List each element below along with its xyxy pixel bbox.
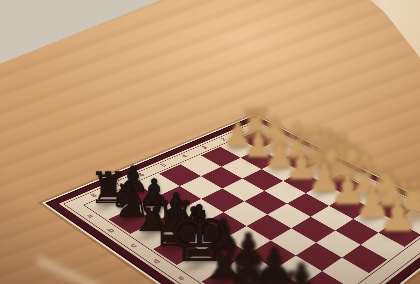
white-pawn: ♟ xyxy=(378,194,417,238)
photo-frame: abcdefgh87654321 ♜♞♝♛♚♝♞♜♟♟♟♟♟♟♟♟♟♟♟♟♟♟♟… xyxy=(0,0,420,284)
black-rook: ♜ xyxy=(252,265,305,284)
board-scene: abcdefgh87654321 ♜♞♝♛♚♝♞♜♟♟♟♟♟♟♟♟♟♟♟♟♟♟♟… xyxy=(0,0,420,284)
